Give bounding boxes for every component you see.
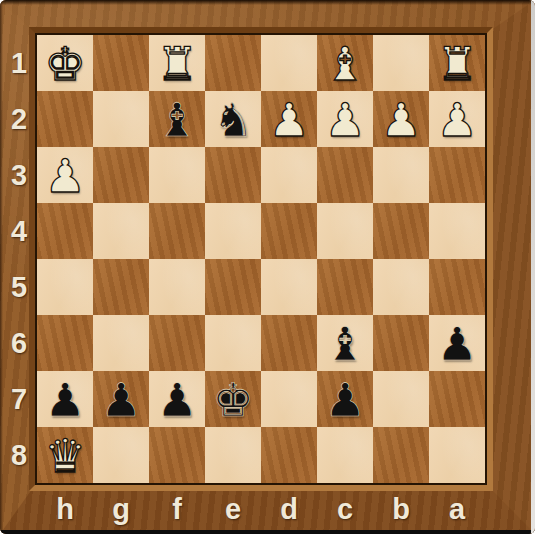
square-d8[interactable] xyxy=(261,427,317,483)
white-pawn[interactable]: ♟ xyxy=(436,97,477,143)
white-pawn[interactable]: ♟ xyxy=(268,97,309,143)
square-e3[interactable] xyxy=(205,147,261,203)
square-a4[interactable] xyxy=(429,203,485,259)
square-g4[interactable] xyxy=(93,203,149,259)
black-pawn[interactable]: ♟ xyxy=(44,377,85,423)
black-king[interactable]: ♚ xyxy=(212,377,253,423)
square-a5[interactable] xyxy=(429,259,485,315)
square-c8[interactable] xyxy=(317,427,373,483)
square-d2[interactable]: ♟ xyxy=(261,91,317,147)
file-label-b: b xyxy=(373,487,429,531)
square-b6[interactable] xyxy=(373,315,429,371)
square-b8[interactable] xyxy=(373,427,429,483)
square-e4[interactable] xyxy=(205,203,261,259)
square-e5[interactable] xyxy=(205,259,261,315)
file-label-c: c xyxy=(317,487,373,531)
square-f2[interactable]: ♝ xyxy=(149,91,205,147)
square-a3[interactable] xyxy=(429,147,485,203)
square-b5[interactable] xyxy=(373,259,429,315)
square-c6[interactable]: ♝ xyxy=(317,315,373,371)
white-pawn[interactable]: ♟ xyxy=(380,97,421,143)
white-pawn[interactable]: ♟ xyxy=(44,153,85,199)
square-g3[interactable] xyxy=(93,147,149,203)
square-h7[interactable]: ♟ xyxy=(37,371,93,427)
square-h5[interactable] xyxy=(37,259,93,315)
black-bishop[interactable]: ♝ xyxy=(324,321,365,367)
square-c5[interactable] xyxy=(317,259,373,315)
square-a1[interactable]: ♜ xyxy=(429,35,485,91)
square-g5[interactable] xyxy=(93,259,149,315)
square-d1[interactable] xyxy=(261,35,317,91)
square-b7[interactable] xyxy=(373,371,429,427)
chess-board-widget: ♚♜♝♜♝♞♟♟♟♟♟♝♟♟♟♟♚♟♛ 12345678 hgfedcba xyxy=(0,0,535,534)
square-d5[interactable] xyxy=(261,259,317,315)
square-g6[interactable] xyxy=(93,315,149,371)
square-c1[interactable]: ♝ xyxy=(317,35,373,91)
square-h3[interactable]: ♟ xyxy=(37,147,93,203)
square-d3[interactable] xyxy=(261,147,317,203)
square-f6[interactable] xyxy=(149,315,205,371)
square-b3[interactable] xyxy=(373,147,429,203)
square-c7[interactable]: ♟ xyxy=(317,371,373,427)
square-d4[interactable] xyxy=(261,203,317,259)
square-b2[interactable]: ♟ xyxy=(373,91,429,147)
square-a8[interactable] xyxy=(429,427,485,483)
square-e6[interactable] xyxy=(205,315,261,371)
rank-label-7: 7 xyxy=(2,371,36,427)
square-d6[interactable] xyxy=(261,315,317,371)
square-f8[interactable] xyxy=(149,427,205,483)
square-e1[interactable] xyxy=(205,35,261,91)
rank-label-5: 5 xyxy=(2,259,36,315)
rank-label-4: 4 xyxy=(2,203,36,259)
white-rook[interactable]: ♜ xyxy=(436,41,477,87)
square-g7[interactable]: ♟ xyxy=(93,371,149,427)
square-h1[interactable]: ♚ xyxy=(37,35,93,91)
black-pawn[interactable]: ♟ xyxy=(156,377,197,423)
rank-label-6: 6 xyxy=(2,315,36,371)
square-a2[interactable]: ♟ xyxy=(429,91,485,147)
square-g1[interactable] xyxy=(93,35,149,91)
white-bishop[interactable]: ♝ xyxy=(324,41,365,87)
square-e8[interactable] xyxy=(205,427,261,483)
square-c2[interactable]: ♟ xyxy=(317,91,373,147)
black-knight[interactable]: ♞ xyxy=(212,97,253,143)
white-rook[interactable]: ♜ xyxy=(156,41,197,87)
white-king[interactable]: ♚ xyxy=(44,41,85,87)
black-pawn[interactable]: ♟ xyxy=(100,377,141,423)
square-a6[interactable]: ♟ xyxy=(429,315,485,371)
square-c3[interactable] xyxy=(317,147,373,203)
black-pawn[interactable]: ♟ xyxy=(324,377,365,423)
file-label-e: e xyxy=(205,487,261,531)
black-pawn[interactable]: ♟ xyxy=(436,321,477,367)
rank-label-3: 3 xyxy=(2,147,36,203)
white-queen[interactable]: ♛ xyxy=(44,433,85,479)
chess-board: ♚♜♝♜♝♞♟♟♟♟♟♝♟♟♟♟♚♟♛ xyxy=(35,33,487,485)
square-g2[interactable] xyxy=(93,91,149,147)
square-f4[interactable] xyxy=(149,203,205,259)
square-f5[interactable] xyxy=(149,259,205,315)
file-label-g: g xyxy=(93,487,149,531)
rank-label-8: 8 xyxy=(2,427,36,483)
file-label-d: d xyxy=(261,487,317,531)
square-h2[interactable] xyxy=(37,91,93,147)
file-label-a: a xyxy=(429,487,485,531)
square-b1[interactable] xyxy=(373,35,429,91)
square-h8[interactable]: ♛ xyxy=(37,427,93,483)
square-f1[interactable]: ♜ xyxy=(149,35,205,91)
black-bishop[interactable]: ♝ xyxy=(156,97,197,143)
rank-label-2: 2 xyxy=(2,91,36,147)
file-label-h: h xyxy=(37,487,93,531)
white-pawn[interactable]: ♟ xyxy=(324,97,365,143)
rank-label-1: 1 xyxy=(2,35,36,91)
square-e2[interactable]: ♞ xyxy=(205,91,261,147)
square-f7[interactable]: ♟ xyxy=(149,371,205,427)
square-a7[interactable] xyxy=(429,371,485,427)
square-f3[interactable] xyxy=(149,147,205,203)
square-b4[interactable] xyxy=(373,203,429,259)
square-g8[interactable] xyxy=(93,427,149,483)
square-h6[interactable] xyxy=(37,315,93,371)
square-h4[interactable] xyxy=(37,203,93,259)
square-c4[interactable] xyxy=(317,203,373,259)
file-label-f: f xyxy=(149,487,205,531)
square-d7[interactable] xyxy=(261,371,317,427)
square-e7[interactable]: ♚ xyxy=(205,371,261,427)
